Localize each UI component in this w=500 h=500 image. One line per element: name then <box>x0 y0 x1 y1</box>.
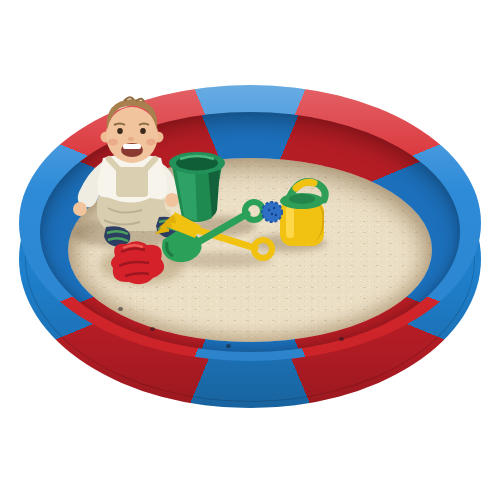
screw-dot <box>226 344 231 348</box>
rose-hole <box>273 207 275 209</box>
baby-eye <box>140 128 146 134</box>
can-lid-inner <box>289 194 315 204</box>
screw-dot <box>339 337 344 341</box>
baby-teeth <box>123 144 141 149</box>
baby-hand-left <box>73 202 87 216</box>
red-mold <box>103 236 173 292</box>
rose-hole <box>268 209 270 211</box>
baby-nose <box>128 137 134 141</box>
baby-eye <box>117 128 123 134</box>
screw-dot <box>118 307 123 311</box>
rose-hole <box>271 213 273 215</box>
watering-can <box>260 174 340 250</box>
can-body-highlight <box>286 206 294 238</box>
can-handle-yellow <box>296 182 314 188</box>
baby-cheek <box>108 139 118 146</box>
screw-dot <box>150 327 155 331</box>
rose-hole <box>275 214 277 216</box>
overall-bib <box>116 167 148 197</box>
baby-cheek <box>146 139 156 146</box>
product-photo-sandbox <box>0 0 500 500</box>
